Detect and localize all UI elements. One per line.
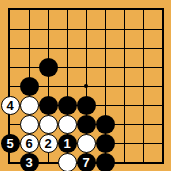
black-stone [58, 96, 77, 115]
black-stone: 5 [1, 134, 20, 153]
white-stone: 6 [20, 134, 39, 153]
white-stone [20, 115, 39, 134]
black-stone: 3 [20, 153, 39, 172]
move-number-label: 6 [25, 137, 32, 150]
white-stone [77, 134, 96, 153]
black-stone [77, 96, 96, 115]
move-number-label: 2 [44, 137, 51, 150]
white-stone [20, 96, 39, 115]
move-number-label: 7 [82, 156, 89, 169]
grid-line-vertical [124, 10, 125, 162]
black-stone [96, 115, 115, 134]
go-board: 4562137 [0, 0, 171, 171]
go-board-diagram: 4562137 [0, 0, 171, 171]
black-stone [96, 134, 115, 153]
grid-line-vertical [143, 10, 144, 162]
move-number-label: 3 [25, 156, 32, 169]
black-stone [96, 153, 115, 172]
move-number-label: 5 [6, 137, 13, 150]
white-stone [58, 115, 77, 134]
black-stone: 1 [58, 134, 77, 153]
black-stone [77, 115, 96, 134]
black-stone [20, 77, 39, 96]
white-stone [39, 115, 58, 134]
black-stone [39, 96, 58, 115]
move-number-label: 4 [6, 99, 13, 112]
white-stone [58, 153, 77, 172]
star-point [84, 84, 88, 88]
white-stone: 4 [1, 96, 20, 115]
black-stone: 7 [77, 153, 96, 172]
black-stone [39, 58, 58, 77]
white-stone: 2 [39, 134, 58, 153]
move-number-label: 1 [63, 137, 70, 150]
